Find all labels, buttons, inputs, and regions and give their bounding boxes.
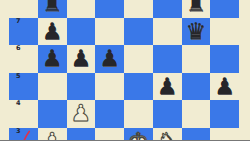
rank-label-7: 7: [16, 18, 21, 25]
square-g6[interactable]: [182, 45, 211, 73]
square-b7[interactable]: ♟: [38, 18, 67, 46]
square-a7[interactable]: 7: [9, 18, 38, 46]
black-pawn-b6[interactable]: ♟: [38, 45, 67, 73]
square-a4[interactable]: 4: [9, 100, 38, 128]
square-f4[interactable]: [153, 100, 182, 128]
square-d5[interactable]: [95, 73, 124, 101]
square-a3[interactable]: 3: [9, 128, 38, 141]
square-d6[interactable]: ♟: [95, 45, 124, 73]
square-c7[interactable]: [67, 18, 96, 46]
square-h7[interactable]: [210, 18, 239, 46]
square-b4[interactable]: [38, 100, 67, 128]
square-f3[interactable]: ♞: [153, 128, 182, 141]
square-f6[interactable]: [153, 45, 182, 73]
square-e4[interactable]: [124, 100, 153, 128]
square-g7[interactable]: ♛: [182, 18, 211, 46]
square-d4[interactable]: [95, 100, 124, 128]
rank-label-6: 6: [16, 45, 21, 52]
square-a8[interactable]: [9, 0, 38, 18]
square-g5[interactable]: [182, 73, 211, 101]
square-b6[interactable]: ♟: [38, 45, 67, 73]
square-c4[interactable]: ♟: [67, 100, 96, 128]
black-queen-g7[interactable]: ♛: [182, 18, 211, 46]
square-g3[interactable]: [182, 128, 211, 141]
square-a5[interactable]: 5: [9, 73, 38, 101]
square-h3[interactable]: [210, 128, 239, 141]
square-e5[interactable]: [124, 73, 153, 101]
square-h6[interactable]: [210, 45, 239, 73]
black-rook-g8[interactable]: ♜: [182, 0, 211, 18]
square-c5[interactable]: [67, 73, 96, 101]
chess-board-viewport: ♜♜7♟♛6♟♟♟5♟♟4♟3♟♚♞: [0, 0, 250, 140]
square-d3[interactable]: [95, 128, 124, 141]
square-f5[interactable]: ♟: [153, 73, 182, 101]
rank-label-5: 5: [16, 73, 21, 80]
square-g8[interactable]: ♜: [182, 0, 211, 18]
black-pawn-f5[interactable]: ♟: [153, 73, 182, 101]
square-f8[interactable]: [153, 0, 182, 18]
square-c3[interactable]: [67, 128, 96, 141]
white-pawn-c4[interactable]: ♟: [67, 100, 96, 128]
rank-label-4: 4: [16, 100, 21, 107]
square-h4[interactable]: [210, 100, 239, 128]
black-pawn-h5[interactable]: ♟: [210, 73, 239, 101]
chess-board: ♜♜7♟♛6♟♟♟5♟♟4♟3♟♚♞: [9, 0, 239, 140]
black-pawn-c6[interactable]: ♟: [67, 45, 96, 73]
black-rook-b8[interactable]: ♜: [38, 0, 67, 18]
square-h5[interactable]: ♟: [210, 73, 239, 101]
square-b8[interactable]: ♜: [38, 0, 67, 18]
white-pawn-b3[interactable]: ♟: [38, 128, 67, 141]
square-b3[interactable]: ♟: [38, 128, 67, 141]
square-d7[interactable]: [95, 18, 124, 46]
black-pawn-b7[interactable]: ♟: [38, 18, 67, 46]
square-e3[interactable]: ♚: [124, 128, 153, 141]
square-c8[interactable]: [67, 0, 96, 18]
white-knight-f3[interactable]: ♞: [153, 128, 182, 141]
square-e8[interactable]: [124, 0, 153, 18]
black-pawn-d6[interactable]: ♟: [95, 45, 124, 73]
square-d8[interactable]: [95, 0, 124, 18]
square-h8[interactable]: [210, 0, 239, 18]
white-king-e3[interactable]: ♚: [124, 128, 153, 141]
square-a6[interactable]: 6: [9, 45, 38, 73]
square-c6[interactable]: ♟: [67, 45, 96, 73]
red-annotation-mark: [20, 130, 32, 141]
square-f7[interactable]: [153, 18, 182, 46]
square-g4[interactable]: [182, 100, 211, 128]
square-b5[interactable]: [38, 73, 67, 101]
square-e7[interactable]: [124, 18, 153, 46]
square-e6[interactable]: [124, 45, 153, 73]
